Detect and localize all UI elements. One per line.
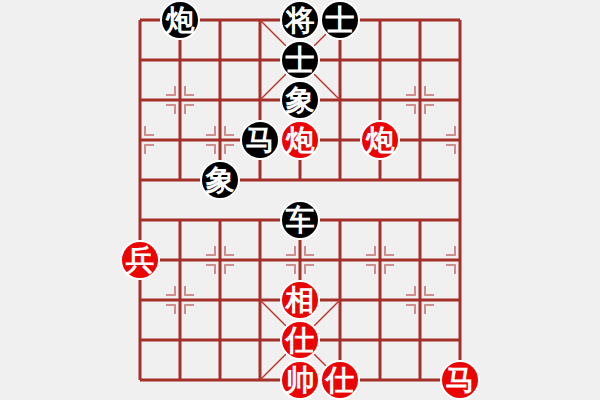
board-point[interactable]: 马 (440, 360, 480, 400)
piece-red-horse[interactable]: 马 (440, 360, 480, 400)
board-point[interactable] (400, 160, 440, 200)
piece-red-cannon[interactable]: 炮 (360, 120, 400, 160)
board-point[interactable] (360, 160, 400, 200)
board-point[interactable] (320, 120, 360, 160)
board-point[interactable] (320, 240, 360, 280)
board-point[interactable] (240, 320, 280, 360)
piece-black-horse[interactable]: 马 (240, 120, 280, 160)
piece-red-king[interactable]: 帅 (280, 360, 320, 400)
board-point[interactable] (400, 240, 440, 280)
board-point[interactable] (440, 160, 480, 200)
board-point[interactable] (360, 280, 400, 320)
board-points-grid: 炮将士士象马炮炮象车兵相仕帅仕马 (120, 0, 480, 400)
piece-red-pawn[interactable]: 兵 (120, 240, 160, 280)
board-point[interactable] (440, 40, 480, 80)
board-point[interactable] (360, 360, 400, 400)
board-point[interactable]: 马 (240, 120, 280, 160)
board-point[interactable] (120, 280, 160, 320)
board-point[interactable] (160, 40, 200, 80)
board-point[interactable] (320, 200, 360, 240)
board-point[interactable] (120, 360, 160, 400)
board-point[interactable] (440, 80, 480, 120)
board-point[interactable] (440, 320, 480, 360)
board-point[interactable] (400, 200, 440, 240)
board-point[interactable] (160, 280, 200, 320)
board-point[interactable] (240, 360, 280, 400)
board-point[interactable] (440, 120, 480, 160)
board-point[interactable] (200, 80, 240, 120)
board-point[interactable] (160, 160, 200, 200)
board-point[interactable] (200, 360, 240, 400)
board-point[interactable] (120, 0, 160, 40)
piece-black-elephant[interactable]: 象 (200, 160, 240, 200)
board-point[interactable] (360, 0, 400, 40)
board-point[interactable] (200, 200, 240, 240)
board-point[interactable]: 相 (280, 280, 320, 320)
board-point[interactable]: 兵 (120, 240, 160, 280)
board-point[interactable] (320, 280, 360, 320)
board-point[interactable] (360, 80, 400, 120)
board-point[interactable]: 士 (280, 40, 320, 80)
board-point[interactable] (120, 40, 160, 80)
board-point[interactable] (200, 40, 240, 80)
board-point[interactable] (120, 80, 160, 120)
board-point[interactable] (240, 280, 280, 320)
board-point[interactable] (360, 200, 400, 240)
board-point[interactable] (400, 80, 440, 120)
board-point[interactable] (200, 120, 240, 160)
xiangqi-board-screen: 炮将士士象马炮炮象车兵相仕帅仕马 (0, 0, 600, 400)
board-point[interactable] (240, 0, 280, 40)
board-point[interactable]: 士 (320, 0, 360, 40)
board-point[interactable]: 象 (280, 80, 320, 120)
board-point[interactable] (120, 200, 160, 240)
board-point[interactable] (120, 320, 160, 360)
piece-red-advisor[interactable]: 仕 (280, 320, 320, 360)
board-point[interactable] (240, 80, 280, 120)
piece-red-cannon[interactable]: 炮 (280, 120, 320, 160)
board-point[interactable] (200, 320, 240, 360)
board-point[interactable] (240, 200, 280, 240)
piece-black-general[interactable]: 将 (280, 0, 320, 40)
board-point[interactable] (440, 200, 480, 240)
board-point[interactable] (400, 360, 440, 400)
board-point[interactable] (440, 280, 480, 320)
board-point[interactable]: 炮 (360, 120, 400, 160)
board-point[interactable] (400, 0, 440, 40)
board-point[interactable]: 车 (280, 200, 320, 240)
board-point[interactable] (240, 240, 280, 280)
board-point[interactable]: 炮 (160, 0, 200, 40)
board-point[interactable] (320, 160, 360, 200)
board-point[interactable] (280, 240, 320, 280)
piece-red-advisor[interactable]: 仕 (320, 360, 360, 400)
board-point[interactable] (360, 40, 400, 80)
board-point[interactable] (160, 360, 200, 400)
board-point[interactable] (360, 240, 400, 280)
board-point[interactable] (160, 120, 200, 160)
piece-black-advisor[interactable]: 士 (320, 0, 360, 40)
board-point[interactable]: 帅 (280, 360, 320, 400)
board-point[interactable] (400, 280, 440, 320)
board-point[interactable] (320, 80, 360, 120)
piece-red-elephant[interactable]: 相 (280, 280, 320, 320)
board-point[interactable] (160, 240, 200, 280)
board-point[interactable] (440, 0, 480, 40)
board-point[interactable] (240, 160, 280, 200)
piece-black-chariot[interactable]: 车 (280, 200, 320, 240)
board-point[interactable]: 仕 (280, 320, 320, 360)
piece-black-elephant[interactable]: 象 (280, 80, 320, 120)
board-point[interactable] (400, 320, 440, 360)
board-point[interactable] (400, 40, 440, 80)
board-point[interactable] (160, 320, 200, 360)
board-point[interactable] (160, 80, 200, 120)
board-point[interactable] (120, 120, 160, 160)
board-point[interactable] (240, 40, 280, 80)
board-point[interactable]: 炮 (280, 120, 320, 160)
board-point[interactable] (320, 40, 360, 80)
board-point[interactable] (400, 120, 440, 160)
board-point[interactable] (200, 280, 240, 320)
board-point[interactable] (200, 0, 240, 40)
piece-black-cannon[interactable]: 炮 (160, 0, 200, 40)
board-point[interactable]: 仕 (320, 360, 360, 400)
piece-black-advisor[interactable]: 士 (280, 40, 320, 80)
board-point[interactable] (160, 200, 200, 240)
board-point[interactable]: 象 (200, 160, 240, 200)
board-point[interactable] (120, 160, 160, 200)
board-point[interactable] (200, 240, 240, 280)
board-point[interactable]: 将 (280, 0, 320, 40)
board-point[interactable] (360, 320, 400, 360)
board-point[interactable] (440, 240, 480, 280)
board-point[interactable] (280, 160, 320, 200)
board-point[interactable] (320, 320, 360, 360)
